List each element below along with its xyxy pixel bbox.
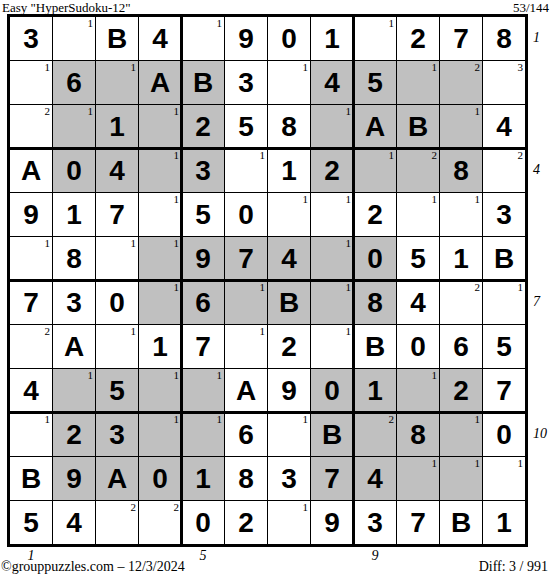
cell-r1c7: 0 — [268, 17, 310, 60]
cell-r2c1[interactable]: 1 — [10, 61, 52, 104]
corner-mark: 2 — [475, 281, 481, 294]
cell-r7c9: 8 — [354, 281, 396, 324]
corner-mark: 1 — [475, 105, 481, 118]
cell-r7c3: 0 — [96, 281, 138, 324]
corner-mark: 1 — [432, 369, 438, 382]
cell-r9c9: 1 — [354, 369, 396, 412]
cell-r4c8: 2 — [311, 149, 353, 192]
cell-r9c6: A — [225, 369, 267, 412]
cell-r6c10: 5 — [397, 237, 439, 280]
cell-r6c6: 7 — [225, 237, 267, 280]
cell-r12c4[interactable]: 2 — [139, 501, 181, 544]
cell-r7c1: 7 — [10, 281, 52, 324]
corner-mark: 1 — [45, 413, 51, 426]
corner-mark: 1 — [88, 17, 94, 30]
cell-r9c2[interactable]: 1 — [53, 369, 95, 412]
cell-r8c6[interactable]: 1 — [225, 325, 267, 368]
corner-mark: 1 — [174, 281, 180, 294]
box-border-horizontal — [10, 411, 525, 414]
cell-r10c2: 2 — [53, 413, 95, 456]
corner-mark: 1 — [389, 17, 395, 30]
row-label-10: 10 — [533, 426, 547, 442]
cell-r7c12[interactable]: 1 — [483, 281, 525, 324]
cell-r12c3[interactable]: 2 — [96, 501, 138, 544]
corner-mark: 1 — [432, 61, 438, 74]
cell-r4c2: 0 — [53, 149, 95, 192]
cell-r6c12: B — [483, 237, 525, 280]
cell-r1c4: 4 — [139, 17, 181, 60]
cell-r11c2: 9 — [53, 457, 95, 500]
cell-r5c6: 0 — [225, 193, 267, 236]
cell-r5c8[interactable]: 1 — [311, 193, 353, 236]
cell-r7c11[interactable]: 2 — [440, 281, 482, 324]
cell-r5c12: 3 — [483, 193, 525, 236]
cell-r9c7: 9 — [268, 369, 310, 412]
cell-r3c4[interactable]: 1 — [139, 105, 181, 148]
cell-r10c6: 6 — [225, 413, 267, 456]
cell-r8c8[interactable]: 1 — [311, 325, 353, 368]
cell-r10c11[interactable]: 1 — [440, 413, 482, 456]
cell-r9c8: 0 — [311, 369, 353, 412]
corner-mark: 1 — [217, 17, 223, 30]
corner-mark: 1 — [432, 457, 438, 470]
cell-r6c8[interactable]: 1 — [311, 237, 353, 280]
cell-r9c5[interactable]: 1 — [182, 369, 224, 412]
corner-mark: 1 — [260, 325, 266, 338]
cell-r9c12: 7 — [483, 369, 525, 412]
cell-r7c4[interactable]: 1 — [139, 281, 181, 324]
cell-r10c8: B — [311, 413, 353, 456]
corner-mark: 1 — [174, 105, 180, 118]
cell-r7c10: 4 — [397, 281, 439, 324]
corner-mark: 1 — [174, 413, 180, 426]
cell-r12c1: 5 — [10, 501, 52, 544]
cell-r8c3[interactable]: 1 — [96, 325, 138, 368]
corner-mark: 1 — [475, 193, 481, 206]
cell-r2c9: 5 — [354, 61, 396, 104]
corner-mark: 2 — [389, 413, 395, 426]
cell-r1c5[interactable]: 1 — [182, 17, 224, 60]
corner-mark: 2 — [174, 501, 180, 514]
cell-r3c6: 5 — [225, 105, 267, 148]
corner-mark: 1 — [260, 281, 266, 294]
site-credit: ©grouppuzzles.com – 12/3/2024 — [1, 559, 185, 575]
cell-r2c12[interactable]: 3 — [483, 61, 525, 104]
corner-mark: 1 — [131, 237, 137, 250]
cell-r5c7[interactable]: 1 — [268, 193, 310, 236]
corner-mark: 1 — [346, 105, 352, 118]
corner-mark: 1 — [174, 193, 180, 206]
difficulty-label: Diff: 3 / 991 — [479, 559, 548, 575]
corner-mark: 2 — [131, 501, 137, 514]
cell-r1c8: 1 — [311, 17, 353, 60]
cell-r11c4: 0 — [139, 457, 181, 500]
cell-r5c10[interactable]: 1 — [397, 193, 439, 236]
corner-mark: 1 — [389, 149, 395, 162]
cell-r5c2: 1 — [53, 193, 95, 236]
cell-r6c1[interactable]: 1 — [10, 237, 52, 280]
cell-r3c12: 4 — [483, 105, 525, 148]
cell-r3c7: 8 — [268, 105, 310, 148]
cell-r1c9[interactable]: 1 — [354, 17, 396, 60]
corner-mark: 1 — [432, 193, 438, 206]
cell-r1c1: 3 — [10, 17, 52, 60]
corner-mark: 1 — [303, 413, 309, 426]
col-label-5: 5 — [200, 548, 207, 564]
cell-r6c2: 8 — [53, 237, 95, 280]
cell-r5c5: 5 — [182, 193, 224, 236]
cell-r11c11[interactable]: 1 — [440, 457, 482, 500]
cell-r12c9: 3 — [354, 501, 396, 544]
cell-r3c9: A — [354, 105, 396, 148]
corner-mark: 1 — [45, 61, 51, 74]
cell-r2c3[interactable]: 1 — [96, 61, 138, 104]
puzzle-page: { "game": "HyperSudoku-12 (12x12 sudoku,… — [0, 0, 552, 578]
cell-r7c6[interactable]: 1 — [225, 281, 267, 324]
cell-r11c12[interactable]: 1 — [483, 457, 525, 500]
cell-r4c1: A — [10, 149, 52, 192]
cell-r5c9: 2 — [354, 193, 396, 236]
cell-r6c7: 4 — [268, 237, 310, 280]
corner-mark: 1 — [260, 149, 266, 162]
cell-r3c1[interactable]: 2 — [10, 105, 52, 148]
box-border-horizontal — [10, 279, 525, 282]
corner-mark: 2 — [45, 105, 51, 118]
cell-r10c7[interactable]: 1 — [268, 413, 310, 456]
cell-r1c3: B — [96, 17, 138, 60]
corner-mark: 1 — [174, 237, 180, 250]
cell-r12c5: 0 — [182, 501, 224, 544]
cell-r5c4[interactable]: 1 — [139, 193, 181, 236]
cell-r3c8[interactable]: 1 — [311, 105, 353, 148]
corner-mark: 1 — [475, 413, 481, 426]
corner-mark: 1 — [303, 501, 309, 514]
cell-r2c2: 6 — [53, 61, 95, 104]
cell-r1c2[interactable]: 1 — [53, 17, 95, 60]
cell-r8c7: 2 — [268, 325, 310, 368]
cell-r8c1[interactable]: 2 — [10, 325, 52, 368]
corner-mark: 1 — [88, 105, 94, 118]
cell-r12c11: B — [440, 501, 482, 544]
corner-mark: 1 — [45, 237, 51, 250]
cell-r6c5: 9 — [182, 237, 224, 280]
corner-mark: 1 — [131, 61, 137, 74]
cell-r6c3[interactable]: 1 — [96, 237, 138, 280]
cell-r2c8: 4 — [311, 61, 353, 104]
cell-r10c9[interactable]: 2 — [354, 413, 396, 456]
cell-r6c9: 0 — [354, 237, 396, 280]
cell-r4c11: 8 — [440, 149, 482, 192]
cell-r12c6: 2 — [225, 501, 267, 544]
col-label-9: 9 — [372, 548, 379, 564]
cell-r12c2: 4 — [53, 501, 95, 544]
cell-r12c12: 1 — [483, 501, 525, 544]
cell-r9c4[interactable]: 1 — [139, 369, 181, 412]
corner-mark: 2 — [518, 149, 524, 162]
cell-r7c7: B — [268, 281, 310, 324]
corner-mark: 1 — [518, 281, 524, 294]
cell-r4c5: 3 — [182, 149, 224, 192]
cell-r10c12: 0 — [483, 413, 525, 456]
cell-r4c7: 1 — [268, 149, 310, 192]
corner-mark: 1 — [217, 413, 223, 426]
cell-r3c10: B — [397, 105, 439, 148]
cell-r1c11: 7 — [440, 17, 482, 60]
cell-r10c5[interactable]: 1 — [182, 413, 224, 456]
cell-r1c12: 8 — [483, 17, 525, 60]
cell-r3c3: 1 — [96, 105, 138, 148]
cell-r4c10[interactable]: 2 — [397, 149, 439, 192]
cell-r11c3: A — [96, 457, 138, 500]
cell-r5c3: 7 — [96, 193, 138, 236]
cell-r2c6: 3 — [225, 61, 267, 104]
corner-mark: 1 — [174, 149, 180, 162]
corner-mark: 1 — [88, 369, 94, 382]
cell-r5c11[interactable]: 1 — [440, 193, 482, 236]
cell-r3c5: 2 — [182, 105, 224, 148]
corner-mark: 1 — [346, 193, 352, 206]
cell-r5c1: 9 — [10, 193, 52, 236]
corner-mark: 1 — [518, 457, 524, 470]
corner-mark: 1 — [475, 457, 481, 470]
cell-r9c1: 4 — [10, 369, 52, 412]
cell-r6c4[interactable]: 1 — [139, 237, 181, 280]
cell-r12c8: 9 — [311, 501, 353, 544]
cell-r2c5: B — [182, 61, 224, 104]
cell-r10c4[interactable]: 1 — [139, 413, 181, 456]
row-label-4: 4 — [533, 162, 540, 178]
cell-r11c10[interactable]: 1 — [397, 457, 439, 500]
row-label-7: 7 — [533, 294, 540, 310]
cell-r1c6: 9 — [225, 17, 267, 60]
cell-r4c4[interactable]: 1 — [139, 149, 181, 192]
cell-r8c12: 5 — [483, 325, 525, 368]
cell-r10c3: 3 — [96, 413, 138, 456]
corner-mark: 1 — [174, 369, 180, 382]
cell-r8c11: 6 — [440, 325, 482, 368]
cell-r8c9: B — [354, 325, 396, 368]
cell-r11c9: 4 — [354, 457, 396, 500]
cell-r7c5: 6 — [182, 281, 224, 324]
box-border-horizontal — [10, 147, 525, 150]
cell-r9c10[interactable]: 1 — [397, 369, 439, 412]
corner-mark: 1 — [131, 325, 137, 338]
cell-r1c10: 2 — [397, 17, 439, 60]
corner-mark: 2 — [432, 149, 438, 162]
cell-r10c10: 8 — [397, 413, 439, 456]
cell-r10c1[interactable]: 1 — [10, 413, 52, 456]
corner-mark: 1 — [346, 281, 352, 294]
cell-r12c10: 7 — [397, 501, 439, 544]
cell-r4c9[interactable]: 1 — [354, 149, 396, 192]
cell-r8c10: 0 — [397, 325, 439, 368]
corner-mark: 1 — [346, 237, 352, 250]
cell-r11c1: B — [10, 457, 52, 500]
cell-r2c11[interactable]: 2 — [440, 61, 482, 104]
cell-r4c12[interactable]: 2 — [483, 149, 525, 192]
corner-mark: 1 — [303, 61, 309, 74]
cell-r8c4: 1 — [139, 325, 181, 368]
cell-r12c7[interactable]: 1 — [268, 501, 310, 544]
cell-r6c11: 1 — [440, 237, 482, 280]
cell-r7c8[interactable]: 1 — [311, 281, 353, 324]
cell-r3c11[interactable]: 1 — [440, 105, 482, 148]
corner-mark: 3 — [518, 61, 524, 74]
cell-r2c7[interactable]: 1 — [268, 61, 310, 104]
cell-r3c2[interactable]: 1 — [53, 105, 95, 148]
sudoku-grid: 31B419011278161AB314512321112581AB14A041… — [7, 14, 528, 547]
cell-r9c11: 2 — [440, 369, 482, 412]
cell-r2c10[interactable]: 1 — [397, 61, 439, 104]
cell-r11c5: 1 — [182, 457, 224, 500]
corner-mark: 1 — [346, 325, 352, 338]
cell-r4c3: 4 — [96, 149, 138, 192]
corner-mark: 1 — [217, 369, 223, 382]
cell-r11c6: 8 — [225, 457, 267, 500]
cell-r9c3: 5 — [96, 369, 138, 412]
cell-r7c2: 3 — [53, 281, 95, 324]
cell-r8c2: A — [53, 325, 95, 368]
cell-r11c8: 7 — [311, 457, 353, 500]
cell-r11c7: 3 — [268, 457, 310, 500]
cell-r4c6[interactable]: 1 — [225, 149, 267, 192]
cell-r8c5: 7 — [182, 325, 224, 368]
row-label-1: 1 — [533, 30, 540, 46]
corner-mark: 1 — [303, 193, 309, 206]
cell-r2c4: A — [139, 61, 181, 104]
corner-mark: 2 — [45, 325, 51, 338]
corner-mark: 2 — [475, 61, 481, 74]
